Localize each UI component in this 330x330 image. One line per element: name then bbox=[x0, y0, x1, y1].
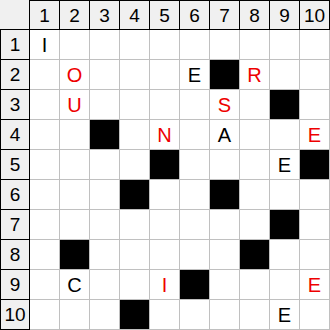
cell-r3c4[interactable] bbox=[120, 90, 150, 120]
cell-r1c1[interactable]: I bbox=[30, 30, 60, 60]
cell-r6c1[interactable] bbox=[30, 180, 60, 210]
cell-r3c5[interactable] bbox=[150, 90, 180, 120]
cell-r1c8[interactable] bbox=[240, 30, 270, 60]
cell-r4c4[interactable] bbox=[120, 120, 150, 150]
cell-r4c1[interactable] bbox=[30, 120, 60, 150]
cell-r4c7[interactable]: A bbox=[210, 120, 240, 150]
cell-r3c7[interactable]: S bbox=[210, 90, 240, 120]
cell-r6c7-black bbox=[210, 180, 240, 210]
cell-r3c1[interactable] bbox=[30, 90, 60, 120]
cell-r2c8[interactable]: R bbox=[240, 60, 270, 90]
cell-r9c2[interactable]: C bbox=[60, 270, 90, 300]
cell-r1c4[interactable] bbox=[120, 30, 150, 60]
row-header-5: 5 bbox=[0, 150, 30, 180]
cell-r9c8[interactable] bbox=[240, 270, 270, 300]
cell-r7c3[interactable] bbox=[90, 210, 120, 240]
cell-r4c10[interactable]: E bbox=[300, 120, 330, 150]
cell-r6c3[interactable] bbox=[90, 180, 120, 210]
cell-r3c8[interactable] bbox=[240, 90, 270, 120]
row-header-2: 2 bbox=[0, 60, 30, 90]
cell-r6c2[interactable] bbox=[60, 180, 90, 210]
cell-r9c9[interactable] bbox=[270, 270, 300, 300]
cell-r4c6[interactable] bbox=[180, 120, 210, 150]
cell-r3c2[interactable]: U bbox=[60, 90, 90, 120]
col-header-10: 10 bbox=[300, 0, 330, 30]
cell-r6c6[interactable] bbox=[180, 180, 210, 210]
cell-r8c1[interactable] bbox=[30, 240, 60, 270]
cell-r6c4-black bbox=[120, 180, 150, 210]
row-header-8: 8 bbox=[0, 240, 30, 270]
cell-r10c6[interactable] bbox=[180, 300, 210, 330]
cell-r3c10[interactable] bbox=[300, 90, 330, 120]
cell-r4c9[interactable] bbox=[270, 120, 300, 150]
cell-r8c5[interactable] bbox=[150, 240, 180, 270]
col-header-5: 5 bbox=[150, 0, 180, 30]
cell-r7c1[interactable] bbox=[30, 210, 60, 240]
cell-r4c3-black bbox=[90, 120, 120, 150]
cell-r3c6[interactable] bbox=[180, 90, 210, 120]
cell-r2c2[interactable]: O bbox=[60, 60, 90, 90]
cell-r4c8[interactable] bbox=[240, 120, 270, 150]
col-header-7: 7 bbox=[210, 0, 240, 30]
col-header-3: 3 bbox=[90, 0, 120, 30]
cell-r2c1[interactable] bbox=[30, 60, 60, 90]
cell-r6c8[interactable] bbox=[240, 180, 270, 210]
cell-r8c8-black bbox=[240, 240, 270, 270]
cell-r8c4[interactable] bbox=[120, 240, 150, 270]
col-header-2: 2 bbox=[60, 0, 90, 30]
cell-r5c1[interactable] bbox=[30, 150, 60, 180]
cell-r5c6[interactable] bbox=[180, 150, 210, 180]
cell-r7c9-black bbox=[270, 210, 300, 240]
corner-cell bbox=[0, 0, 30, 30]
cell-r10c5[interactable] bbox=[150, 300, 180, 330]
row-header-3: 3 bbox=[0, 90, 30, 120]
cell-r6c5[interactable] bbox=[150, 180, 180, 210]
cell-r2c5[interactable] bbox=[150, 60, 180, 90]
row-header-7: 7 bbox=[0, 210, 30, 240]
cell-r10c7[interactable] bbox=[210, 300, 240, 330]
cell-r3c9-black bbox=[270, 90, 300, 120]
row-header-1: 1 bbox=[0, 30, 30, 60]
cell-r7c4[interactable] bbox=[120, 210, 150, 240]
cell-r10c8[interactable] bbox=[240, 300, 270, 330]
col-header-1: 1 bbox=[30, 0, 60, 30]
row-header-10: 10 bbox=[0, 300, 30, 330]
cell-r8c6[interactable] bbox=[180, 240, 210, 270]
cell-r10c10[interactable] bbox=[300, 300, 330, 330]
cell-r10c1[interactable] bbox=[30, 300, 60, 330]
cell-r5c2[interactable] bbox=[60, 150, 90, 180]
cell-r10c3[interactable] bbox=[90, 300, 120, 330]
cell-r10c4-black bbox=[120, 300, 150, 330]
cell-r2c3[interactable] bbox=[90, 60, 120, 90]
cell-r1c9[interactable] bbox=[270, 30, 300, 60]
cell-r1c5[interactable] bbox=[150, 30, 180, 60]
cell-r4c2[interactable] bbox=[60, 120, 90, 150]
cell-r2c10[interactable] bbox=[300, 60, 330, 90]
cell-r8c10[interactable] bbox=[300, 240, 330, 270]
cell-r5c5-black bbox=[150, 150, 180, 180]
col-header-4: 4 bbox=[120, 0, 150, 30]
cell-r8c9[interactable] bbox=[270, 240, 300, 270]
cell-r7c10[interactable] bbox=[300, 210, 330, 240]
cell-r8c7[interactable] bbox=[210, 240, 240, 270]
cell-r8c3[interactable] bbox=[90, 240, 120, 270]
cell-r7c8[interactable] bbox=[240, 210, 270, 240]
cell-r7c6[interactable] bbox=[180, 210, 210, 240]
cell-r4c5[interactable]: N bbox=[150, 120, 180, 150]
cell-r2c6[interactable]: E bbox=[180, 60, 210, 90]
cell-r6c9[interactable] bbox=[270, 180, 300, 210]
cell-r1c7[interactable] bbox=[210, 30, 240, 60]
cell-r2c4[interactable] bbox=[120, 60, 150, 90]
cell-r9c4[interactable] bbox=[120, 270, 150, 300]
cell-r1c2[interactable] bbox=[60, 30, 90, 60]
cell-r9c10[interactable]: E bbox=[300, 270, 330, 300]
cell-r10c2[interactable] bbox=[60, 300, 90, 330]
cell-r5c9[interactable]: E bbox=[270, 150, 300, 180]
cell-r8c2-black bbox=[60, 240, 90, 270]
cell-r1c6[interactable] bbox=[180, 30, 210, 60]
cell-r5c4[interactable] bbox=[120, 150, 150, 180]
crossword-board: 123456789101I2OER3US4NAE5E6789CIE10E bbox=[0, 0, 330, 330]
cell-r5c3[interactable] bbox=[90, 150, 120, 180]
cell-r1c3[interactable] bbox=[90, 30, 120, 60]
cell-r5c8[interactable] bbox=[240, 150, 270, 180]
cell-r3c3[interactable] bbox=[90, 90, 120, 120]
cell-r6c10[interactable] bbox=[300, 180, 330, 210]
cell-r1c10[interactable] bbox=[300, 30, 330, 60]
cell-r7c2[interactable] bbox=[60, 210, 90, 240]
cell-r2c7-black bbox=[210, 60, 240, 90]
cell-r5c7[interactable] bbox=[210, 150, 240, 180]
cell-r7c5[interactable] bbox=[150, 210, 180, 240]
cell-r9c7[interactable] bbox=[210, 270, 240, 300]
col-header-9: 9 bbox=[270, 0, 300, 30]
row-header-4: 4 bbox=[0, 120, 30, 150]
row-header-9: 9 bbox=[0, 270, 30, 300]
col-header-6: 6 bbox=[180, 0, 210, 30]
cell-r9c1[interactable] bbox=[30, 270, 60, 300]
cell-r2c9[interactable] bbox=[270, 60, 300, 90]
cell-r9c6-black bbox=[180, 270, 210, 300]
cell-r10c9[interactable]: E bbox=[270, 300, 300, 330]
row-header-6: 6 bbox=[0, 180, 30, 210]
cell-r5c10-black bbox=[300, 150, 330, 180]
cell-r7c7[interactable] bbox=[210, 210, 240, 240]
cell-r9c5[interactable]: I bbox=[150, 270, 180, 300]
col-header-8: 8 bbox=[240, 0, 270, 30]
cell-r9c3[interactable] bbox=[90, 270, 120, 300]
